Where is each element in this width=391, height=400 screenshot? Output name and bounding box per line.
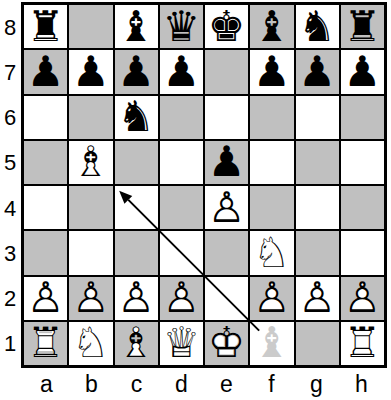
square-d8[interactable]: ♛ [160, 5, 203, 48]
square-a3[interactable] [24, 231, 67, 274]
ghost-piece-glyph: ♝ [250, 322, 293, 364]
square-c7[interactable]: ♟ [115, 50, 158, 93]
piece-black-pawn: ♟ [205, 141, 248, 184]
piece-glyph: ♟ [115, 51, 158, 93]
square-b8[interactable] [69, 5, 112, 48]
square-e5[interactable]: ♟ [205, 141, 248, 184]
square-e8[interactable]: ♚ [205, 5, 248, 48]
square-d4[interactable] [160, 186, 203, 229]
rank-label-7: 7 [0, 50, 20, 95]
piece-white-pawn: ♟♙ [296, 277, 339, 320]
ghost-piece-white-bishop: ♝ [250, 322, 293, 365]
piece-outline: ♙ [69, 277, 112, 319]
square-e1[interactable]: ♚♔ [205, 322, 248, 365]
square-a5[interactable] [24, 141, 67, 184]
square-a2[interactable]: ♟♙ [24, 277, 67, 320]
square-a1[interactable]: ♜♖ [24, 322, 67, 365]
square-g3[interactable] [296, 231, 339, 274]
piece-white-knight: ♞♘ [250, 231, 293, 274]
square-c3[interactable] [115, 231, 158, 274]
square-b4[interactable] [69, 186, 112, 229]
square-h4[interactable] [341, 186, 384, 229]
square-f5[interactable] [250, 141, 293, 184]
square-c8[interactable]: ♝ [115, 5, 158, 48]
square-b3[interactable] [69, 231, 112, 274]
square-h1[interactable]: ♜♖ [341, 322, 384, 365]
square-e4[interactable]: ♟♙ [205, 186, 248, 229]
piece-outline: ♖ [341, 322, 384, 364]
square-h2[interactable]: ♟♙ [341, 277, 384, 320]
square-b6[interactable] [69, 96, 112, 139]
piece-outline: ♗ [69, 141, 112, 183]
piece-glyph: ♜ [24, 6, 67, 48]
piece-outline: ♕ [160, 322, 203, 364]
piece-outline: ♙ [160, 277, 203, 319]
piece-outline: ♗ [115, 322, 158, 364]
piece-outline: ♔ [205, 322, 248, 364]
piece-glyph: ♞ [296, 6, 339, 48]
square-d5[interactable] [160, 141, 203, 184]
piece-white-pawn: ♟♙ [115, 277, 158, 320]
rank-label-1: 1 [0, 322, 20, 367]
file-label-f: f [249, 371, 294, 398]
piece-white-queen: ♛♕ [160, 322, 203, 365]
square-g8[interactable]: ♞ [296, 5, 339, 48]
piece-glyph: ♟ [69, 51, 112, 93]
piece-white-pawn: ♟♙ [24, 277, 67, 320]
square-d2[interactable]: ♟♙ [160, 277, 203, 320]
square-c5[interactable] [115, 141, 158, 184]
square-h8[interactable]: ♜ [341, 5, 384, 48]
piece-glyph: ♞ [115, 96, 158, 138]
file-label-h: h [339, 371, 384, 398]
square-f6[interactable] [250, 96, 293, 139]
square-c4[interactable] [115, 186, 158, 229]
piece-outline: ♙ [296, 277, 339, 319]
square-h7[interactable]: ♟ [341, 50, 384, 93]
file-label-b: b [69, 371, 114, 398]
square-f1[interactable]: ♝ [250, 322, 293, 365]
piece-white-pawn: ♟♙ [341, 277, 384, 320]
rank-label-6: 6 [0, 96, 20, 141]
rank-labels: 87654321 [0, 5, 20, 367]
piece-white-bishop: ♝♗ [69, 141, 112, 184]
square-g7[interactable]: ♟ [296, 50, 339, 93]
square-a8[interactable]: ♜ [24, 5, 67, 48]
square-g1[interactable] [296, 322, 339, 365]
piece-white-pawn: ♟♙ [250, 277, 293, 320]
square-e6[interactable] [205, 96, 248, 139]
file-label-a: a [24, 371, 69, 398]
piece-glyph: ♟ [205, 141, 248, 183]
square-g4[interactable] [296, 186, 339, 229]
piece-black-pawn: ♟ [160, 50, 203, 93]
piece-black-pawn: ♟ [115, 50, 158, 93]
piece-white-bishop: ♝♗ [115, 322, 158, 365]
piece-black-king: ♚ [205, 5, 248, 48]
square-c2[interactable]: ♟♙ [115, 277, 158, 320]
chess-diagram: 87654321 ♜♝♛♚♝♞♜♟♟♟♟♟♟♟♞♝♗♟♟♙♞♘♟♙♟♙♟♙♟♙♟… [0, 0, 391, 400]
file-labels: abcdefgh [24, 371, 384, 398]
square-e7[interactable] [205, 50, 248, 93]
square-h5[interactable] [341, 141, 384, 184]
square-h3[interactable] [341, 231, 384, 274]
piece-white-pawn: ♟♙ [69, 277, 112, 320]
file-label-d: d [159, 371, 204, 398]
square-c1[interactable]: ♝♗ [115, 322, 158, 365]
piece-black-pawn: ♟ [341, 50, 384, 93]
piece-black-pawn: ♟ [250, 50, 293, 93]
square-g5[interactable] [296, 141, 339, 184]
piece-white-pawn: ♟♙ [160, 277, 203, 320]
square-f3[interactable]: ♞♘ [250, 231, 293, 274]
piece-outline: ♘ [250, 232, 293, 274]
square-f7[interactable]: ♟ [250, 50, 293, 93]
square-e2[interactable] [205, 277, 248, 320]
square-c6[interactable]: ♞ [115, 96, 158, 139]
piece-black-bishop: ♝ [115, 5, 158, 48]
rank-label-5: 5 [0, 141, 20, 186]
piece-glyph: ♟ [250, 51, 293, 93]
piece-white-rook: ♜♖ [24, 322, 67, 365]
piece-glyph: ♟ [160, 51, 203, 93]
square-d3[interactable] [160, 231, 203, 274]
square-h6[interactable] [341, 96, 384, 139]
rank-label-4: 4 [0, 186, 20, 231]
piece-outline: ♙ [341, 277, 384, 319]
square-b1[interactable]: ♞♘ [69, 322, 112, 365]
square-b2[interactable]: ♟♙ [69, 277, 112, 320]
square-d1[interactable]: ♛♕ [160, 322, 203, 365]
square-e3[interactable] [205, 231, 248, 274]
piece-white-pawn: ♟♙ [205, 186, 248, 229]
piece-black-pawn: ♟ [296, 50, 339, 93]
piece-black-knight: ♞ [115, 96, 158, 139]
piece-black-pawn: ♟ [24, 50, 67, 93]
square-b5[interactable]: ♝♗ [69, 141, 112, 184]
piece-glyph: ♚ [205, 6, 248, 48]
piece-glyph: ♟ [24, 51, 67, 93]
piece-black-queen: ♛ [160, 5, 203, 48]
piece-glyph: ♟ [296, 51, 339, 93]
piece-black-rook: ♜ [341, 5, 384, 48]
square-f8[interactable]: ♝ [250, 5, 293, 48]
piece-outline: ♘ [69, 322, 112, 364]
square-d7[interactable]: ♟ [160, 50, 203, 93]
piece-black-pawn: ♟ [69, 50, 112, 93]
piece-white-knight: ♞♘ [69, 322, 112, 365]
rank-label-8: 8 [0, 5, 20, 50]
file-label-g: g [294, 371, 339, 398]
file-label-c: c [114, 371, 159, 398]
piece-outline: ♖ [24, 322, 67, 364]
square-g6[interactable] [296, 96, 339, 139]
piece-white-rook: ♜♖ [341, 322, 384, 365]
piece-outline: ♙ [205, 187, 248, 229]
rank-label-2: 2 [0, 277, 20, 322]
piece-outline: ♙ [250, 277, 293, 319]
square-a6[interactable] [24, 96, 67, 139]
square-b7[interactable]: ♟ [69, 50, 112, 93]
piece-black-bishop: ♝ [250, 5, 293, 48]
piece-glyph: ♝ [115, 6, 158, 48]
square-g2[interactable]: ♟♙ [296, 277, 339, 320]
rank-label-3: 3 [0, 231, 20, 276]
chess-board: ♜♝♛♚♝♞♜♟♟♟♟♟♟♟♞♝♗♟♟♙♞♘♟♙♟♙♟♙♟♙♟♙♟♙♟♙♜♖♞♘… [21, 2, 387, 368]
file-label-e: e [204, 371, 249, 398]
piece-glyph: ♟ [341, 51, 384, 93]
piece-white-king: ♚♔ [205, 322, 248, 365]
square-a7[interactable]: ♟ [24, 50, 67, 93]
piece-black-knight: ♞ [296, 5, 339, 48]
piece-outline: ♙ [24, 277, 67, 319]
piece-glyph: ♝ [250, 6, 293, 48]
piece-black-rook: ♜ [24, 5, 67, 48]
square-f4[interactable] [250, 186, 293, 229]
piece-glyph: ♜ [341, 6, 384, 48]
piece-outline: ♙ [115, 277, 158, 319]
square-f2[interactable]: ♟♙ [250, 277, 293, 320]
square-d6[interactable] [160, 96, 203, 139]
piece-glyph: ♛ [160, 6, 203, 48]
square-a4[interactable] [24, 186, 67, 229]
